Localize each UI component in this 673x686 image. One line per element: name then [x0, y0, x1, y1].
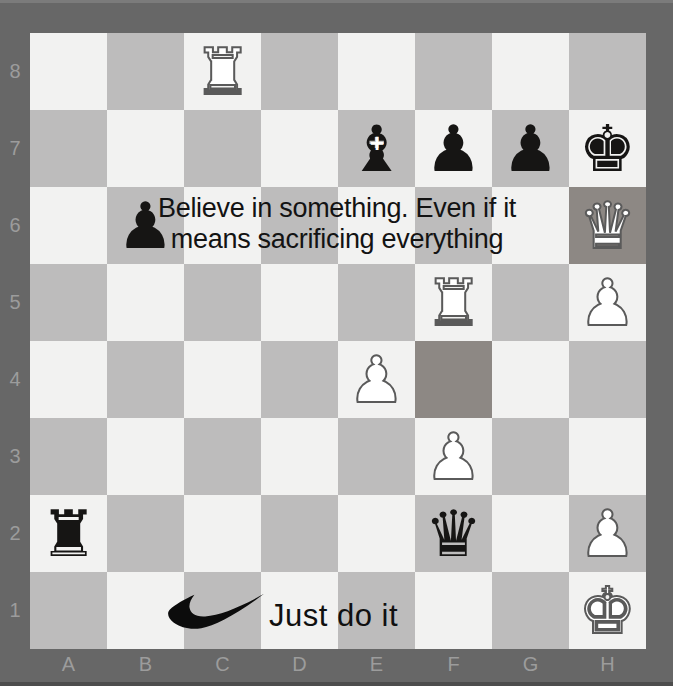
square-c5[interactable] — [184, 264, 261, 341]
white-pawn-h2[interactable]: ♟︎ — [569, 495, 646, 572]
square-h6[interactable]: ♛︎ — [569, 187, 646, 264]
square-h4[interactable] — [569, 341, 646, 418]
top-strip — [0, 0, 673, 3]
rank-label-5: 5 — [0, 264, 30, 341]
black-pawn-g7[interactable]: ♟︎ — [492, 110, 569, 187]
square-g5[interactable] — [492, 264, 569, 341]
black-bishop-e7[interactable]: ♝︎+ — [338, 110, 415, 187]
black-queen-f2[interactable]: ♛︎ — [415, 495, 492, 572]
square-f5[interactable]: ♜︎ — [415, 264, 492, 341]
square-b7[interactable] — [107, 110, 184, 187]
file-label-b: B — [107, 649, 184, 682]
file-labels: ABCDEFGH — [30, 649, 646, 682]
square-e4[interactable]: ♟︎ — [338, 341, 415, 418]
file-label-e: E — [338, 649, 415, 682]
white-rook-f5[interactable]: ♜︎ — [415, 264, 492, 341]
bottom-strip — [0, 682, 673, 686]
square-g1[interactable] — [492, 572, 569, 649]
square-g8[interactable] — [492, 33, 569, 110]
rank-label-8: 8 — [0, 33, 30, 110]
square-e2[interactable] — [338, 495, 415, 572]
square-h3[interactable] — [569, 418, 646, 495]
square-a1[interactable] — [30, 572, 107, 649]
meme-caption: Believe in something. Even if it means s… — [146, 193, 528, 255]
file-label-g: G — [492, 649, 569, 682]
square-d8[interactable] — [261, 33, 338, 110]
square-f2[interactable]: ♛︎ — [415, 495, 492, 572]
square-c4[interactable] — [184, 341, 261, 418]
white-queen-h6[interactable]: ♛︎ — [569, 187, 646, 264]
square-b2[interactable] — [107, 495, 184, 572]
file-label-d: D — [261, 649, 338, 682]
square-d4[interactable] — [261, 341, 338, 418]
white-pawn-f3[interactable]: ♟︎ — [415, 418, 492, 495]
square-g2[interactable] — [492, 495, 569, 572]
file-label-f: F — [415, 649, 492, 682]
square-e7[interactable]: ♝︎+ — [338, 110, 415, 187]
rank-labels: 87654321 — [0, 33, 30, 649]
white-rook-c8[interactable]: ♜︎ — [184, 33, 261, 110]
chess-board: ♜︎♝︎+♟︎♟︎♚︎♟︎♛︎♜︎♟︎♟︎♟︎♜︎♛︎♟︎♚︎ — [30, 33, 646, 649]
square-a4[interactable] — [30, 341, 107, 418]
square-d7[interactable] — [261, 110, 338, 187]
square-f7[interactable]: ♟︎ — [415, 110, 492, 187]
white-pawn-h5[interactable]: ♟︎ — [569, 264, 646, 341]
file-label-h: H — [569, 649, 646, 682]
square-a3[interactable] — [30, 418, 107, 495]
square-h5[interactable]: ♟︎ — [569, 264, 646, 341]
square-g4[interactable] — [492, 341, 569, 418]
square-h2[interactable]: ♟︎ — [569, 495, 646, 572]
rank-label-4: 4 — [0, 341, 30, 418]
rank-label-2: 2 — [0, 495, 30, 572]
square-c2[interactable] — [184, 495, 261, 572]
white-king-h1[interactable]: ♚︎ — [569, 572, 646, 649]
meme-caption-line1: Believe in something. Even if it — [146, 193, 528, 224]
square-h8[interactable] — [569, 33, 646, 110]
square-c8[interactable]: ♜︎ — [184, 33, 261, 110]
square-f8[interactable] — [415, 33, 492, 110]
file-label-c: C — [184, 649, 261, 682]
file-label-a: A — [30, 649, 107, 682]
black-pawn-f7[interactable]: ♟︎ — [415, 110, 492, 187]
square-a5[interactable] — [30, 264, 107, 341]
black-rook-a2[interactable]: ♜︎ — [30, 495, 107, 572]
square-h7[interactable]: ♚︎ — [569, 110, 646, 187]
square-b3[interactable] — [107, 418, 184, 495]
square-b5[interactable] — [107, 264, 184, 341]
square-d2[interactable] — [261, 495, 338, 572]
square-d5[interactable] — [261, 264, 338, 341]
square-e3[interactable] — [338, 418, 415, 495]
rank-label-6: 6 — [0, 187, 30, 264]
square-b8[interactable] — [107, 33, 184, 110]
square-c7[interactable] — [184, 110, 261, 187]
rank-label-1: 1 — [0, 572, 30, 649]
square-f4[interactable] — [415, 341, 492, 418]
meme-tagline: Just do it — [269, 598, 398, 634]
chess-app-screen: 87654321 ♜︎♝︎+♟︎♟︎♚︎♟︎♛︎♜︎♟︎♟︎♟︎♜︎♛︎♟︎♚︎… — [0, 0, 673, 686]
square-a2[interactable]: ♜︎ — [30, 495, 107, 572]
meme-caption-line2: means sacrificing everything — [146, 224, 528, 255]
square-f1[interactable] — [415, 572, 492, 649]
square-g3[interactable] — [492, 418, 569, 495]
bishop-cross-icon: + — [339, 131, 415, 156]
square-b4[interactable] — [107, 341, 184, 418]
square-h1[interactable]: ♚︎ — [569, 572, 646, 649]
rank-label-7: 7 — [0, 110, 30, 187]
square-a6[interactable] — [30, 187, 107, 264]
square-f3[interactable]: ♟︎ — [415, 418, 492, 495]
rank-label-3: 3 — [0, 418, 30, 495]
white-pawn-e4[interactable]: ♟︎ — [338, 341, 415, 418]
square-a7[interactable] — [30, 110, 107, 187]
square-a8[interactable] — [30, 33, 107, 110]
square-e5[interactable] — [338, 264, 415, 341]
nike-swoosh-icon — [166, 592, 264, 632]
square-c3[interactable] — [184, 418, 261, 495]
square-g7[interactable]: ♟︎ — [492, 110, 569, 187]
square-d3[interactable] — [261, 418, 338, 495]
black-king-h7[interactable]: ♚︎ — [569, 110, 646, 187]
square-e8[interactable] — [338, 33, 415, 110]
